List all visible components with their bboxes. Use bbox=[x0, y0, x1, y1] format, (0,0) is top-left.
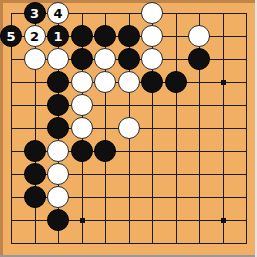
white-stone-c9-r2 bbox=[188, 25, 210, 47]
star-point-4-10 bbox=[80, 218, 85, 223]
star-point-10-10 bbox=[221, 218, 226, 223]
black-stone-c8-r4 bbox=[165, 71, 187, 93]
white-stone-c3-r3 bbox=[47, 48, 69, 70]
black-stone-c9-r3 bbox=[188, 48, 210, 70]
white-stone-c2-r3 bbox=[24, 48, 46, 70]
black-stone-c3-r6 bbox=[47, 117, 69, 139]
grid-line-horizontal-11 bbox=[11, 243, 247, 244]
go-diagram: 34521 bbox=[0, 0, 257, 257]
move-number-4: 4 bbox=[53, 7, 62, 20]
white-stone-c3-r8 bbox=[47, 163, 69, 185]
white-stone-c7-r2 bbox=[141, 25, 163, 47]
black-stone-c5-r7 bbox=[94, 140, 116, 162]
board-frame-right bbox=[255, 0, 257, 257]
black-stone-c2-r8 bbox=[24, 163, 46, 185]
black-stone-c3-r4 bbox=[47, 71, 69, 93]
white-stone-c3-r1: 4 bbox=[47, 2, 69, 24]
black-stone-c2-r7 bbox=[24, 140, 46, 162]
black-stone-c3-r5 bbox=[47, 94, 69, 116]
white-stone-c3-r9 bbox=[47, 186, 69, 208]
black-stone-c4-r3 bbox=[71, 48, 93, 70]
black-stone-c3-r2: 1 bbox=[47, 25, 69, 47]
white-stone-c6-r4 bbox=[118, 71, 140, 93]
black-stone-c3-r10 bbox=[47, 209, 69, 231]
black-stone-c2-r9 bbox=[24, 186, 46, 208]
black-stone-c4-r2 bbox=[71, 25, 93, 47]
white-stone-c5-r4 bbox=[94, 71, 116, 93]
black-stone-c5-r2 bbox=[94, 25, 116, 47]
white-stone-c4-r4 bbox=[71, 71, 93, 93]
black-stone-c6-r3 bbox=[118, 48, 140, 70]
move-number-1: 1 bbox=[53, 30, 62, 43]
go-board: 34521 bbox=[0, 0, 257, 257]
black-stone-c1-r2: 5 bbox=[0, 25, 22, 47]
move-number-3: 3 bbox=[30, 7, 39, 20]
white-stone-c7-r3 bbox=[141, 48, 163, 70]
white-stone-c3-r7 bbox=[47, 140, 69, 162]
black-stone-c2-r1: 3 bbox=[24, 2, 46, 24]
white-stone-c5-r3 bbox=[94, 48, 116, 70]
white-stone-c4-r5 bbox=[71, 94, 93, 116]
black-stone-c4-r7 bbox=[71, 140, 93, 162]
white-stone-c2-r2: 2 bbox=[24, 25, 46, 47]
move-number-2: 2 bbox=[30, 30, 39, 43]
white-stone-c4-r6 bbox=[71, 117, 93, 139]
move-number-5: 5 bbox=[6, 30, 15, 43]
white-stone-c6-r6 bbox=[118, 117, 140, 139]
black-stone-c6-r2 bbox=[118, 25, 140, 47]
black-stone-c7-r4 bbox=[141, 71, 163, 93]
white-stone-c7-r1 bbox=[141, 2, 163, 24]
star-point-10-4 bbox=[221, 80, 226, 85]
